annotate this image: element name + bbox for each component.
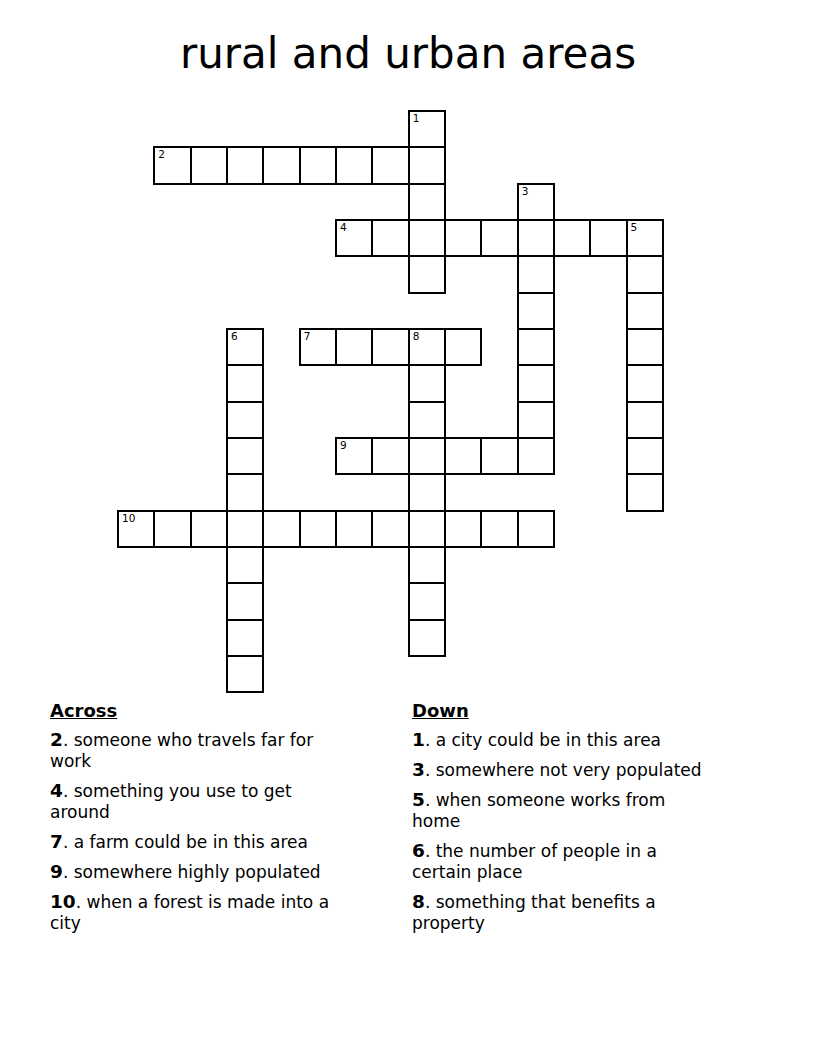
clue-across-2: 2. someone who travels far forwork [50,729,400,772]
grid-cell[interactable]: 7 [299,328,337,366]
grid-cell[interactable] [299,510,337,548]
grid-cell[interactable] [480,219,518,257]
grid-cell[interactable] [626,401,664,439]
grid-cell[interactable] [408,146,446,184]
grid-cell[interactable] [299,146,337,184]
grid-cell[interactable] [226,546,264,584]
grid-cell[interactable] [408,219,446,257]
grid-cell[interactable]: 5 [626,219,664,257]
clue-number: 9 [50,861,63,882]
across-clue-list: 2. someone who travels far forwork4. som… [50,729,400,934]
grid-cell[interactable]: 3 [517,183,555,221]
grid-cell[interactable] [626,328,664,366]
grid-cell[interactable] [480,437,518,475]
grid-cell[interactable] [589,219,627,257]
grid-cell[interactable] [408,437,446,475]
grid-cell[interactable] [226,473,264,511]
clue-down-8: 8. something that benefits aproperty [412,891,792,934]
grid-cell[interactable] [626,255,664,293]
puzzle-title: rural and urban areas [0,30,816,78]
grid-cell[interactable] [226,437,264,475]
grid-cell[interactable] [226,510,264,548]
clue-across-10: 10. when a forest is made into acity [50,891,400,934]
grid-cell[interactable] [262,510,300,548]
grid-cell[interactable] [517,255,555,293]
down-heading: Down [412,700,792,721]
grid-cell[interactable] [444,328,482,366]
grid-cell[interactable] [371,437,409,475]
grid-cell[interactable]: 1 [408,110,446,148]
cell-number: 6 [231,331,238,342]
grid-cell[interactable]: 10 [117,510,155,548]
cell-number: 7 [304,331,311,342]
grid-cell[interactable] [480,510,518,548]
clue-across-4: 4. something you use to getaround [50,780,400,823]
grid-cell[interactable] [517,364,555,402]
grid-cell[interactable] [371,146,409,184]
clue-down-5: 5. when someone works fromhome [412,789,792,832]
clue-number: 1 [412,729,425,750]
grid-cell[interactable] [226,401,264,439]
grid-cell[interactable] [517,510,555,548]
cell-number: 3 [522,186,529,197]
grid-cell[interactable] [371,219,409,257]
grid-cell[interactable] [153,510,191,548]
grid-cell[interactable] [335,510,373,548]
grid-cell[interactable] [408,619,446,657]
grid-cell[interactable] [408,183,446,221]
clue-across-7: 7. a farm could be in this area [50,831,400,853]
clue-number: 4 [50,780,63,801]
cell-number: 8 [413,331,420,342]
grid-cell[interactable] [226,655,264,693]
cell-number: 5 [631,222,638,233]
clue-down-6: 6. the number of people in acertain plac… [412,840,792,883]
grid-cell[interactable]: 9 [335,437,373,475]
grid-cell[interactable] [226,582,264,620]
clue-number: 2 [50,729,63,750]
down-clue-list: 1. a city could be in this area3. somewh… [412,729,792,934]
grid-cell[interactable] [408,473,446,511]
cell-number: 10 [122,513,135,524]
grid-cell[interactable] [262,146,300,184]
grid-cell[interactable] [626,437,664,475]
across-clues: Across 2. someone who travels far forwor… [50,700,400,942]
crossword-page: rural and urban areas 12345678910 Across… [0,0,816,1056]
grid-cell[interactable] [626,473,664,511]
cell-number: 1 [413,113,420,124]
grid-cell[interactable] [553,219,591,257]
grid-cell[interactable] [444,219,482,257]
grid-cell[interactable] [408,255,446,293]
grid-cell[interactable]: 2 [153,146,191,184]
grid-cell[interactable] [371,328,409,366]
grid-cell[interactable] [626,364,664,402]
grid-cell[interactable] [190,146,228,184]
grid-cell[interactable] [517,219,555,257]
grid-cell[interactable] [226,619,264,657]
cell-number: 9 [340,440,347,451]
grid-cell[interactable] [444,510,482,548]
grid-cell[interactable] [408,510,446,548]
grid-cell[interactable] [226,364,264,402]
clue-down-1: 1. a city could be in this area [412,729,792,751]
clue-number: 8 [412,891,425,912]
clue-number: 10 [50,891,76,912]
grid-cell[interactable]: 6 [226,328,264,366]
grid-cell[interactable] [190,510,228,548]
grid-cell[interactable] [226,146,264,184]
grid-cell[interactable]: 8 [408,328,446,366]
grid-cell[interactable] [335,328,373,366]
cell-number: 4 [340,222,347,233]
grid-cell[interactable] [408,364,446,402]
grid-cell[interactable] [408,401,446,439]
across-heading: Across [50,700,400,721]
grid-cell[interactable] [517,401,555,439]
grid-cell[interactable] [371,510,409,548]
clue-number: 7 [50,831,63,852]
clue-across-9: 9. somewhere highly populated [50,861,400,883]
grid-cell[interactable] [335,146,373,184]
clue-down-3: 3. somewhere not very populated [412,759,792,781]
grid-cell[interactable] [408,546,446,584]
down-clues: Down 1. a city could be in this area3. s… [412,700,792,942]
grid-cell[interactable] [626,292,664,330]
grid-cell[interactable] [517,328,555,366]
grid-cell[interactable] [444,437,482,475]
clue-number: 6 [412,840,425,861]
clue-number: 5 [412,789,425,810]
cell-number: 2 [158,149,165,160]
grid-cell[interactable] [517,437,555,475]
grid-cell[interactable] [517,292,555,330]
grid-cell[interactable] [408,582,446,620]
crossword-grid: 12345678910 [117,110,665,694]
grid-cell[interactable]: 4 [335,219,373,257]
clue-number: 3 [412,759,425,780]
